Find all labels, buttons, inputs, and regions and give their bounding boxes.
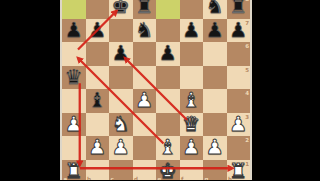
file-label-e: e [158,176,162,180]
square-g4[interactable] [203,89,227,113]
rank-label-6: 6 [245,43,249,49]
square-b5[interactable] [86,66,110,90]
square-g2[interactable]: ♟ [203,136,227,160]
rank-label-7: 7 [245,20,249,26]
square-d3[interactable] [133,113,157,137]
rank-label-8: 8 [245,0,249,2]
black-pawn[interactable]: ♟ [109,42,133,66]
square-e1[interactable]: ♚e [156,160,180,181]
square-a1[interactable]: ♜a [62,160,86,181]
square-h1[interactable]: ♜1h [227,160,251,181]
white-pawn[interactable]: ♟ [203,136,227,160]
square-e4[interactable] [156,89,180,113]
square-e3[interactable] [156,113,180,137]
black-pawn[interactable]: ♟ [180,19,204,43]
square-a6[interactable] [62,42,86,66]
square-g6[interactable] [203,42,227,66]
square-b4[interactable]: ♝ [86,89,110,113]
black-pawn[interactable]: ♟ [62,19,86,43]
file-label-b: b [87,176,91,180]
square-f3[interactable]: ♛ [180,113,204,137]
square-b7[interactable]: ♟ [86,19,110,43]
black-knight[interactable]: ♞ [203,0,227,19]
square-b8[interactable] [86,0,110,19]
square-g3[interactable] [203,113,227,137]
square-a4[interactable] [62,89,86,113]
square-h6[interactable]: 6 [227,42,251,66]
black-queen[interactable]: ♛ [62,66,86,90]
square-h2[interactable]: 2 [227,136,251,160]
square-c2[interactable]: ♟ [109,136,133,160]
chess-board: ♚♜♞♜8♟♟♞♟♟♟7♟♟6♛5♝♟♝4♟♞♛♟3♟♟♝♟♟2♜abcd♚ef… [60,0,252,180]
square-f5[interactable] [180,66,204,90]
video-frame: ♚♜♞♜8♟♟♞♟♟♟7♟♟6♛5♝♟♝4♟♞♛♟3♟♟♝♟♟2♜abcd♚ef… [0,0,320,180]
black-pawn[interactable]: ♟ [203,19,227,43]
black-king[interactable]: ♚ [109,0,133,19]
square-e5[interactable] [156,66,180,90]
square-h7[interactable]: ♟7 [227,19,251,43]
square-h8[interactable]: ♜8 [227,0,251,19]
black-pawn[interactable]: ♟ [156,42,180,66]
square-a7[interactable]: ♟ [62,19,86,43]
square-c1[interactable]: c [109,160,133,181]
square-f8[interactable] [180,0,204,19]
square-f1[interactable]: f [180,160,204,181]
square-d8[interactable]: ♜ [133,0,157,19]
file-label-d: d [134,176,138,180]
square-h5[interactable]: 5 [227,66,251,90]
square-b1[interactable]: b [86,160,110,181]
square-a5[interactable]: ♛ [62,66,86,90]
square-f4[interactable]: ♝ [180,89,204,113]
square-c6[interactable]: ♟ [109,42,133,66]
rank-label-3: 3 [245,114,249,120]
square-c5[interactable] [109,66,133,90]
letterbox-right [252,0,320,180]
rank-label-5: 5 [245,67,249,73]
square-g8[interactable]: ♞ [203,0,227,19]
square-g1[interactable]: g [203,160,227,181]
rank-label-4: 4 [245,90,249,96]
white-bishop[interactable]: ♝ [180,89,204,113]
white-pawn[interactable]: ♟ [86,136,110,160]
square-d2[interactable] [133,136,157,160]
black-rook[interactable]: ♜ [227,0,251,19]
square-c4[interactable] [109,89,133,113]
square-f2[interactable]: ♟ [180,136,204,160]
square-e7[interactable] [156,19,180,43]
square-d1[interactable]: d [133,160,157,181]
black-pawn[interactable]: ♟ [86,19,110,43]
black-rook[interactable]: ♜ [133,0,157,19]
file-label-h: h [228,176,232,180]
white-pawn[interactable]: ♟ [109,136,133,160]
square-a8[interactable] [62,0,86,19]
square-a3[interactable]: ♟ [62,113,86,137]
square-h4[interactable]: 4 [227,89,251,113]
square-c7[interactable] [109,19,133,43]
square-e8[interactable] [156,0,180,19]
square-g7[interactable]: ♟ [203,19,227,43]
square-d6[interactable] [133,42,157,66]
square-c3[interactable]: ♞ [109,113,133,137]
square-d7[interactable]: ♞ [133,19,157,43]
white-bishop[interactable]: ♝ [156,136,180,160]
square-e2[interactable]: ♝ [156,136,180,160]
white-pawn[interactable]: ♟ [62,113,86,137]
square-b2[interactable]: ♟ [86,136,110,160]
square-d5[interactable] [133,66,157,90]
file-label-f: f [181,176,183,180]
black-knight[interactable]: ♞ [133,19,157,43]
file-label-g: g [205,176,209,180]
square-g5[interactable] [203,66,227,90]
square-e6[interactable]: ♟ [156,42,180,66]
white-pawn[interactable]: ♟ [180,136,204,160]
black-bishop[interactable]: ♝ [86,89,110,113]
square-b3[interactable] [86,113,110,137]
file-label-c: c [111,176,114,180]
rank-label-1: 1 [245,161,249,167]
square-b6[interactable] [86,42,110,66]
square-f6[interactable] [180,42,204,66]
square-h3[interactable]: ♟3 [227,113,251,137]
square-d4[interactable]: ♟ [133,89,157,113]
letterbox-left [0,0,60,180]
square-c8[interactable]: ♚ [109,0,133,19]
file-label-a: a [64,176,68,180]
square-a2[interactable] [62,136,86,160]
white-queen[interactable]: ♛ [180,113,204,137]
rank-label-2: 2 [245,137,249,143]
square-f7[interactable]: ♟ [180,19,204,43]
white-knight[interactable]: ♞ [109,113,133,137]
white-pawn[interactable]: ♟ [133,89,157,113]
